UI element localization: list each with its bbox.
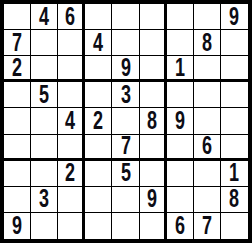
cell-r5c9 [221,108,248,134]
given-digit: 6 [65,4,75,30]
given-digit: 7 [120,135,130,160]
cell-r9c1: 9 [4,213,31,239]
cell-r7c4 [85,161,112,187]
given-digit: 3 [120,82,130,108]
cell-r5c7: 9 [167,108,194,134]
given-digit: 6 [175,213,185,239]
sudoku-board: 46974829153428976251398967 [0,0,252,243]
cell-r9c3 [58,213,85,239]
cell-r9c5 [112,213,139,239]
given-digit: 2 [65,161,75,187]
given-digit: 7 [202,213,212,239]
cell-r7c2 [31,161,58,187]
given-digit: 7 [12,30,22,56]
cell-r4c4 [85,82,112,108]
cell-r1c5 [112,4,139,30]
cell-r2c6 [140,30,167,56]
given-digit: 1 [175,56,185,81]
given-digit: 4 [65,108,75,134]
cell-r2c5 [112,30,139,56]
cell-r2c7 [167,30,194,56]
given-digit: 4 [39,4,49,30]
cell-r5c5 [112,108,139,134]
given-digit: 9 [147,187,157,213]
cell-r4c9 [221,82,248,108]
cell-r1c7 [167,4,194,30]
cell-r9c9 [221,213,248,239]
given-digit: 4 [93,30,103,56]
given-digit: 9 [120,56,130,81]
given-digit: 2 [12,56,22,81]
cell-r5c3: 4 [58,108,85,134]
cell-r9c4 [85,213,112,239]
cell-r9c6 [140,213,167,239]
cell-r8c4 [85,187,112,213]
cell-r6c1 [4,135,31,161]
cell-r4c7 [167,82,194,108]
cell-r1c4 [85,4,112,30]
cell-r1c1 [4,4,31,30]
cell-r6c3 [58,135,85,161]
cell-r9c7: 6 [167,213,194,239]
cell-r1c6 [140,4,167,30]
cell-r1c2: 4 [31,4,58,30]
cell-r8c1 [4,187,31,213]
cell-r3c3 [58,56,85,82]
cell-r6c9 [221,135,248,161]
cell-r5c1 [4,108,31,134]
cell-r3c7: 1 [167,56,194,82]
given-digit: 8 [229,187,239,213]
cell-r3c4 [85,56,112,82]
given-digit: 1 [229,161,239,187]
cell-r1c8 [194,4,221,30]
cell-r4c8 [194,82,221,108]
cell-r3c2 [31,56,58,82]
cell-r7c7 [167,161,194,187]
cell-r3c8 [194,56,221,82]
cell-r9c2 [31,213,58,239]
cell-r1c9: 9 [221,4,248,30]
cell-r2c8: 8 [194,30,221,56]
cell-r5c4: 2 [85,108,112,134]
cell-r2c1: 7 [4,30,31,56]
cell-r6c8: 6 [194,135,221,161]
cell-r9c8: 7 [194,213,221,239]
cell-r6c5: 7 [112,135,139,161]
cell-r3c5: 9 [112,56,139,82]
cell-r7c1 [4,161,31,187]
given-digit: 5 [120,161,130,187]
cell-r5c8 [194,108,221,134]
cell-r8c9: 8 [221,187,248,213]
cell-r6c2 [31,135,58,161]
cell-r4c3 [58,82,85,108]
cell-r8c5 [112,187,139,213]
cell-r8c7 [167,187,194,213]
cell-r7c8 [194,161,221,187]
cell-r5c2 [31,108,58,134]
given-digit: 9 [175,108,185,134]
cell-r2c3 [58,30,85,56]
cell-r8c3 [58,187,85,213]
cell-r1c3: 6 [58,4,85,30]
cell-r2c4: 4 [85,30,112,56]
given-digit: 5 [39,82,49,108]
cell-r2c2 [31,30,58,56]
cell-r8c6: 9 [140,187,167,213]
given-digit: 2 [93,108,103,134]
cell-r7c3: 2 [58,161,85,187]
cell-r3c9 [221,56,248,82]
given-digit: 9 [12,213,22,239]
cell-r3c1: 2 [4,56,31,82]
given-digit: 8 [202,30,212,56]
cell-r4c6 [140,82,167,108]
cell-r8c8 [194,187,221,213]
cell-r6c4 [85,135,112,161]
cell-r2c9 [221,30,248,56]
cell-r6c6 [140,135,167,161]
cell-r7c5: 5 [112,161,139,187]
given-digit: 6 [202,135,212,160]
cell-r3c6 [140,56,167,82]
given-digit: 9 [229,4,239,30]
cell-r8c2: 3 [31,187,58,213]
cell-r4c2: 5 [31,82,58,108]
cell-r6c7 [167,135,194,161]
cell-r5c6: 8 [140,108,167,134]
cell-r4c5: 3 [112,82,139,108]
cell-r7c9: 1 [221,161,248,187]
given-digit: 3 [39,187,49,213]
cell-r4c1 [4,82,31,108]
cell-r7c6 [140,161,167,187]
given-digit: 8 [147,108,157,134]
